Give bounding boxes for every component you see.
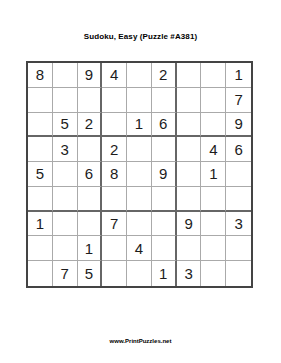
cell-r7c1: 1 bbox=[28, 212, 53, 237]
cell-r5c2 bbox=[53, 162, 78, 187]
page-title: Sudoku, Easy (Puzzle #A381) bbox=[0, 32, 281, 41]
cell-r5c5 bbox=[127, 162, 152, 187]
cell-r9c2: 7 bbox=[53, 261, 78, 286]
puzzle-page: Sudoku, Easy (Puzzle #A381) 894217521693… bbox=[0, 0, 281, 363]
cell-r6c2 bbox=[53, 187, 78, 212]
cell-r6c1 bbox=[28, 187, 53, 212]
cell-r4c4: 2 bbox=[102, 137, 127, 162]
cell-r6c9 bbox=[226, 187, 251, 212]
cell-r4c8: 4 bbox=[201, 137, 226, 162]
cell-r6c4 bbox=[102, 187, 127, 212]
cell-r4c6 bbox=[152, 137, 177, 162]
cell-r7c2 bbox=[53, 212, 78, 237]
cell-r5c7 bbox=[177, 162, 202, 187]
cell-r2c8 bbox=[201, 88, 226, 113]
cell-r9c1 bbox=[28, 261, 53, 286]
cell-r2c1 bbox=[28, 88, 53, 113]
cell-r4c9: 6 bbox=[226, 137, 251, 162]
cell-r7c7: 9 bbox=[177, 212, 202, 237]
cell-r3c7 bbox=[177, 113, 202, 138]
cell-r6c7 bbox=[177, 187, 202, 212]
footer-site-url: www.PrintPuzzles.net bbox=[0, 338, 281, 344]
cell-r3c1 bbox=[28, 113, 53, 138]
cell-r1c3: 9 bbox=[78, 63, 103, 88]
cell-r1c8 bbox=[201, 63, 226, 88]
cell-r7c9: 3 bbox=[226, 212, 251, 237]
cell-r3c9: 9 bbox=[226, 113, 251, 138]
cell-r4c5 bbox=[127, 137, 152, 162]
cell-r3c2: 5 bbox=[53, 113, 78, 138]
cell-r1c5 bbox=[127, 63, 152, 88]
cell-r2c6 bbox=[152, 88, 177, 113]
sudoku-board: 894217521693246568911793147513 bbox=[26, 61, 253, 288]
cell-r6c6 bbox=[152, 187, 177, 212]
cell-r7c4: 7 bbox=[102, 212, 127, 237]
cell-r3c8 bbox=[201, 113, 226, 138]
cell-r3c4 bbox=[102, 113, 127, 138]
cell-r2c4 bbox=[102, 88, 127, 113]
cell-r8c1 bbox=[28, 236, 53, 261]
cell-r3c3: 2 bbox=[78, 113, 103, 138]
cell-r2c7 bbox=[177, 88, 202, 113]
cell-r9c3: 5 bbox=[78, 261, 103, 286]
cell-r2c2 bbox=[53, 88, 78, 113]
cell-r5c4: 8 bbox=[102, 162, 127, 187]
cell-r1c7 bbox=[177, 63, 202, 88]
cell-r7c8 bbox=[201, 212, 226, 237]
cell-r4c2: 3 bbox=[53, 137, 78, 162]
cell-r5c8: 1 bbox=[201, 162, 226, 187]
cell-r9c5 bbox=[127, 261, 152, 286]
cell-r1c2 bbox=[53, 63, 78, 88]
cell-r8c7 bbox=[177, 236, 202, 261]
cell-r1c9: 1 bbox=[226, 63, 251, 88]
cell-r2c3 bbox=[78, 88, 103, 113]
cell-r8c8 bbox=[201, 236, 226, 261]
cell-r4c1 bbox=[28, 137, 53, 162]
cell-r1c1: 8 bbox=[28, 63, 53, 88]
cell-r4c7 bbox=[177, 137, 202, 162]
cell-r9c4 bbox=[102, 261, 127, 286]
cell-r8c5: 4 bbox=[127, 236, 152, 261]
cell-r7c6 bbox=[152, 212, 177, 237]
cell-r8c3: 1 bbox=[78, 236, 103, 261]
cell-r8c6 bbox=[152, 236, 177, 261]
cell-r6c8 bbox=[201, 187, 226, 212]
cell-r2c9: 7 bbox=[226, 88, 251, 113]
cell-r6c3 bbox=[78, 187, 103, 212]
cell-r2c5 bbox=[127, 88, 152, 113]
cell-r9c9 bbox=[226, 261, 251, 286]
cell-r3c5: 1 bbox=[127, 113, 152, 138]
cell-r7c3 bbox=[78, 212, 103, 237]
cell-r5c3: 6 bbox=[78, 162, 103, 187]
cell-r9c8 bbox=[201, 261, 226, 286]
cell-r1c6: 2 bbox=[152, 63, 177, 88]
cell-r5c1: 5 bbox=[28, 162, 53, 187]
cell-r5c6: 9 bbox=[152, 162, 177, 187]
cell-r1c4: 4 bbox=[102, 63, 127, 88]
cell-r4c3 bbox=[78, 137, 103, 162]
cell-r5c9 bbox=[226, 162, 251, 187]
cell-r7c5 bbox=[127, 212, 152, 237]
cell-r9c7: 3 bbox=[177, 261, 202, 286]
cell-r8c2 bbox=[53, 236, 78, 261]
cell-r6c5 bbox=[127, 187, 152, 212]
cell-r9c6: 1 bbox=[152, 261, 177, 286]
cell-r8c9 bbox=[226, 236, 251, 261]
cell-r8c4 bbox=[102, 236, 127, 261]
cell-r3c6: 6 bbox=[152, 113, 177, 138]
